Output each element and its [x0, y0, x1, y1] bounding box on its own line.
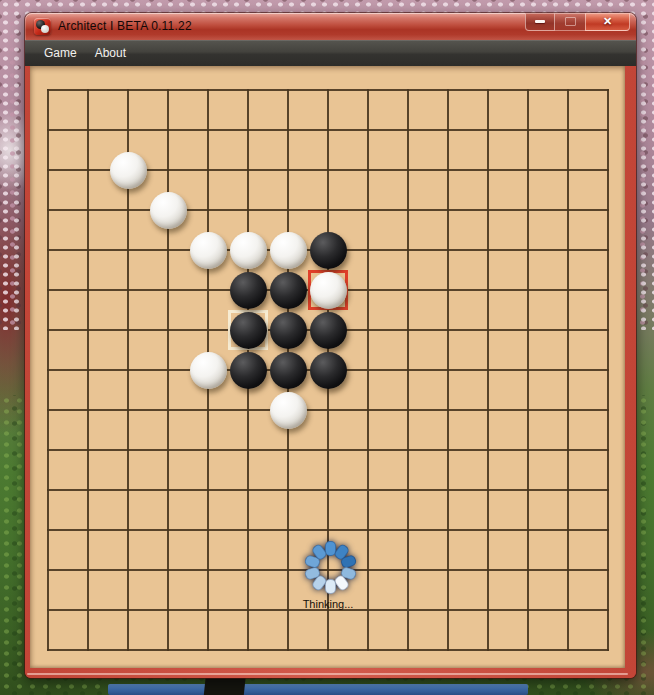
window-frame: Thinking...: [25, 66, 636, 678]
window-title: Architect I BETA 0.11.22: [58, 13, 192, 40]
bench-photo: [108, 684, 528, 695]
stone-black: [270, 272, 307, 309]
stone-black: [230, 272, 267, 309]
minimize-icon: [535, 20, 545, 23]
titlebar: Architect I BETA 0.11.22 ✕: [25, 13, 636, 40]
close-button[interactable]: ✕: [585, 13, 630, 31]
thinking-spinner-icon: [302, 540, 358, 596]
stone-black: [230, 312, 267, 349]
stone-black: [270, 352, 307, 389]
stone-white: [190, 232, 227, 269]
stone-black: [310, 312, 347, 349]
app-icon-white-stone: [41, 25, 49, 33]
menu-item-about[interactable]: About: [86, 42, 135, 64]
gomoku-board[interactable]: Thinking...: [30, 66, 625, 668]
stone-black: [230, 352, 267, 389]
spinner-segment: [325, 579, 336, 594]
maximize-button[interactable]: [555, 13, 585, 31]
menubar: Game About: [25, 40, 636, 66]
stone-black: [270, 312, 307, 349]
app-icon: [34, 18, 51, 35]
stone-black: [310, 232, 347, 269]
stone-white: [270, 232, 307, 269]
status-text: Thinking...: [268, 598, 388, 610]
window-controls: ✕: [525, 13, 630, 31]
menu-item-game[interactable]: Game: [35, 42, 86, 64]
maximize-icon: [565, 17, 576, 26]
stone-white: [110, 152, 147, 189]
stone-white: [230, 232, 267, 269]
stone-black: [310, 352, 347, 389]
stone-white: [150, 192, 187, 229]
stone-white: [190, 352, 227, 389]
close-icon: ✕: [603, 16, 612, 27]
stone-white: [310, 272, 347, 309]
app-window: Architect I BETA 0.11.22 ✕ Game About Th…: [25, 13, 636, 678]
minimize-button[interactable]: [525, 13, 555, 31]
stone-white: [270, 392, 307, 429]
